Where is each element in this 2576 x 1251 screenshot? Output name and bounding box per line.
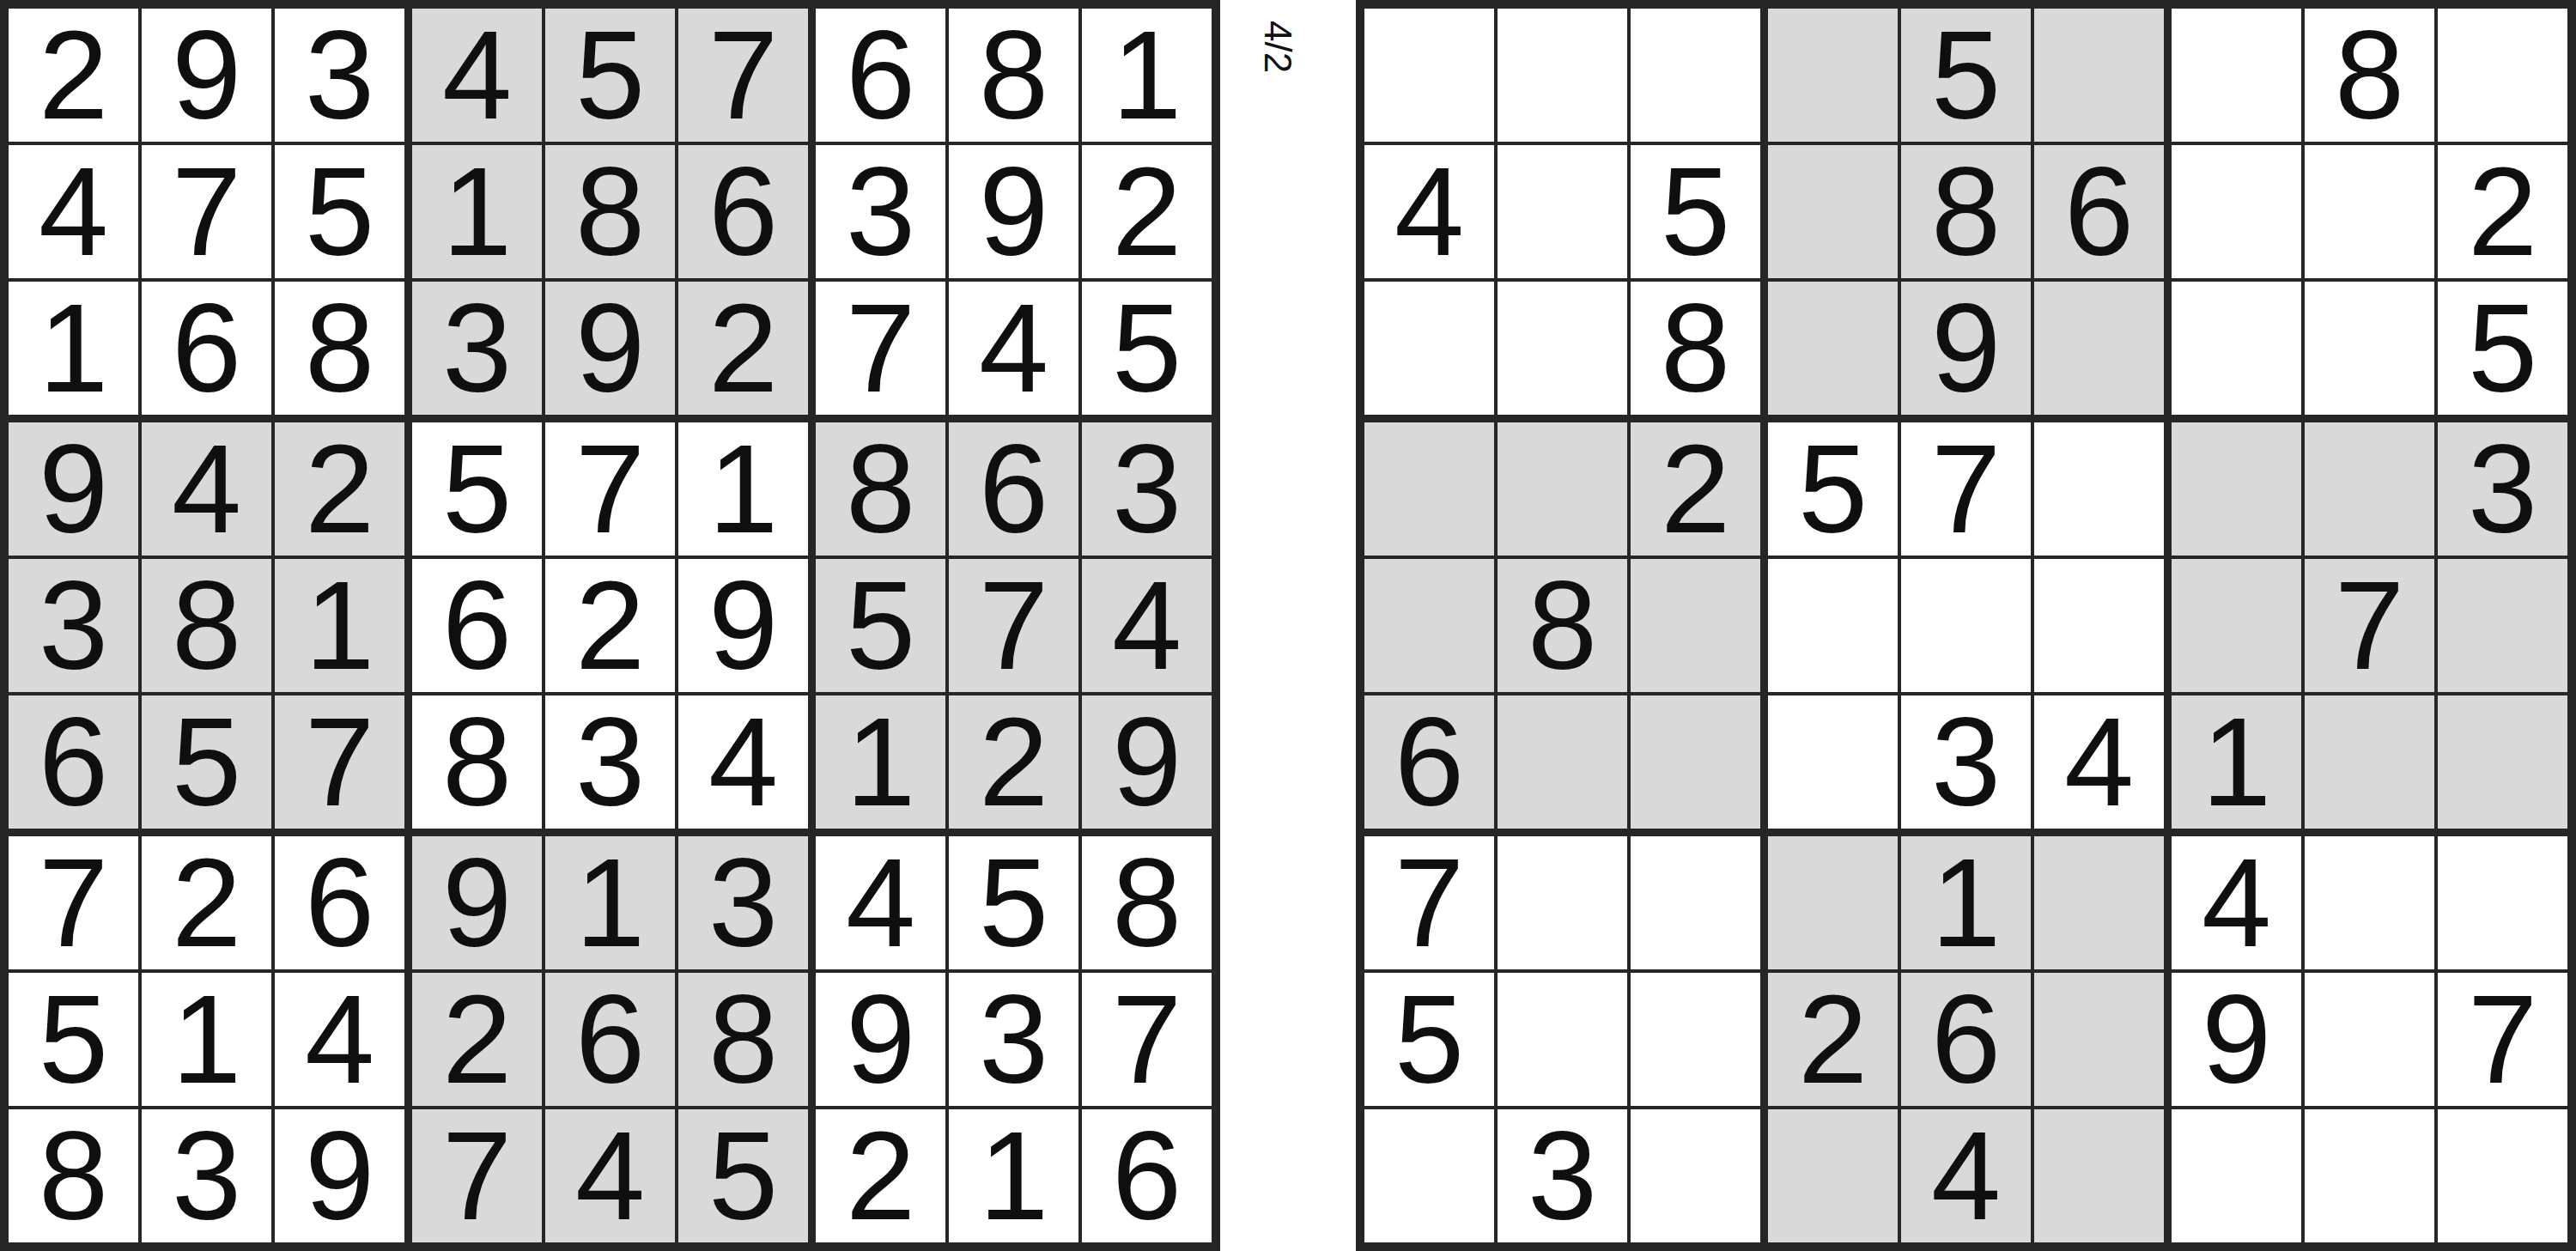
solution-grid-cell-r3c2: 6: [142, 282, 271, 415]
solution-grid-cell-r7c4: 9: [412, 836, 542, 969]
puzzle-grid-cell-r7c3: [1631, 836, 1760, 969]
puzzle-grid-cell-r4c5: 7: [1901, 422, 2031, 556]
puzzle-grid-cell-r3c2: [1498, 282, 1627, 415]
puzzle-grid-cell-r8c4: 2: [1768, 973, 1898, 1106]
puzzle-grid-cell-r2c1: 4: [1364, 145, 1494, 278]
solution-grid-cell-r9c3: 9: [275, 1109, 404, 1242]
puzzle-grid-cell-r8c5: 6: [1901, 973, 2031, 1106]
puzzle-grid-cell-r4c1: [1364, 422, 1494, 556]
solution-grid-cell-r4c3: 2: [275, 422, 404, 556]
solution-grid-box-r1c1: 293475168: [9, 9, 404, 415]
solution-grid-cell-r5c2: 8: [142, 559, 271, 692]
puzzle-grid-cell-r4c9: 3: [2438, 422, 2567, 556]
puzzle-grid-cell-r3c1: [1364, 282, 1494, 415]
solution-grid-cell-r2c9: 2: [1082, 145, 1212, 278]
solution-grid-cell-r8c1: 5: [9, 973, 138, 1106]
puzzle-grid-cell-r1c7: [2172, 9, 2301, 142]
puzzle-grid-cell-r8c7: 9: [2172, 973, 2301, 1106]
solution-grid-cell-r8c5: 6: [545, 973, 675, 1106]
solution-grid-cell-r1c3: 3: [275, 9, 404, 142]
solution-grid-box-r3c2: 913268745: [412, 836, 808, 1242]
solution-grid-cell-r7c1: 7: [9, 836, 138, 969]
puzzle-grid-cell-r9c4: [1768, 1109, 1898, 1242]
puzzle-grid-box-r3c3: 497: [2172, 836, 2567, 1242]
solution-grid-cell-r8c6: 8: [678, 973, 808, 1106]
puzzle-grid-cell-r8c2: [1498, 973, 1627, 1106]
puzzle-grid-cell-r5c3: [1631, 559, 1760, 692]
puzzle-grid-cell-r6c9: [2438, 695, 2567, 829]
solution-grid-cell-r2c5: 8: [545, 145, 675, 278]
solution-grid-cell-r6c7: 1: [816, 695, 945, 829]
solution-grid-box-r3c3: 458937216: [816, 836, 1212, 1242]
puzzle-grid-cell-r8c1: 5: [1364, 973, 1494, 1106]
solution-grid-cell-r4c6: 1: [678, 422, 808, 556]
puzzle-grid-cell-r5c5: [1901, 559, 2031, 692]
solution-grid-cell-r3c7: 7: [816, 282, 945, 415]
solution-grid-cell-r6c1: 6: [9, 695, 138, 829]
solution-grid-cell-r4c8: 6: [949, 422, 1078, 556]
puzzle-grid-cell-r9c2: 3: [1498, 1109, 1627, 1242]
solution-grid-cell-r4c9: 3: [1082, 422, 1212, 556]
puzzle-grid-cell-r9c8: [2305, 1109, 2434, 1242]
solution-grid-cell-r5c9: 4: [1082, 559, 1212, 692]
puzzle-grid-cell-r5c4: [1768, 559, 1898, 692]
solution-grid-cell-r6c6: 4: [678, 695, 808, 829]
solution-grid-cell-r5c1: 3: [9, 559, 138, 692]
solution-grid-cell-r4c4: 5: [412, 422, 542, 556]
puzzle-grid-cell-r2c3: 5: [1631, 145, 1760, 278]
puzzle-grid-cell-r4c8: [2305, 422, 2434, 556]
solution-grid-cell-r6c3: 7: [275, 695, 404, 829]
solution-grid-cell-r9c6: 5: [678, 1109, 808, 1242]
puzzle-grid-cell-r2c6: 6: [2034, 145, 2164, 278]
puzzle-grid-cell-r7c4: [1768, 836, 1898, 969]
puzzle-grid-box-r2c1: 286: [1364, 422, 1760, 829]
solution-grid-cell-r9c5: 4: [545, 1109, 675, 1242]
puzzle-grid-cell-r5c9: [2438, 559, 2567, 692]
puzzle-grid-cell-r7c9: [2438, 836, 2567, 969]
puzzle-grid-cell-r7c2: [1498, 836, 1627, 969]
puzzle-grid-cell-r3c3: 8: [1631, 282, 1760, 415]
solution-grid-box-r2c3: 863574129: [816, 422, 1212, 829]
puzzle-grid-cell-r4c3: 2: [1631, 422, 1760, 556]
puzzle-grid-cell-r1c4: [1768, 9, 1898, 142]
puzzle-grid-cell-r8c3: [1631, 973, 1760, 1106]
solution-grid-cell-r9c9: 6: [1082, 1109, 1212, 1242]
puzzle-grid-cell-r5c6: [2034, 559, 2164, 692]
sudoku-page: 2934751684571863926813927459423816575716…: [0, 0, 2576, 1251]
solution-grid-cell-r7c2: 2: [142, 836, 271, 969]
solution-grid-cell-r8c2: 1: [142, 973, 271, 1106]
solution-grid-cell-r9c1: 8: [9, 1109, 138, 1242]
puzzle-grid-cell-r7c8: [2305, 836, 2434, 969]
solution-grid-box-r1c3: 681392745: [816, 9, 1212, 415]
solution-grid-cell-r1c2: 9: [142, 9, 271, 142]
puzzle-grid-cell-r5c2: 8: [1498, 559, 1627, 692]
puzzle-grid-cell-r1c2: [1498, 9, 1627, 142]
solution-grid-cell-r1c8: 8: [949, 9, 1078, 142]
puzzle-grid: 458586982528657343717531264497: [1356, 0, 2576, 1251]
puzzle-grid-box-r1c3: 825: [2172, 9, 2567, 415]
solution-grid-cell-r3c5: 9: [545, 282, 675, 415]
puzzle-grid-cell-r7c1: 7: [1364, 836, 1494, 969]
puzzle-grid-cell-r5c7: [2172, 559, 2301, 692]
solution-grid-cell-r2c1: 4: [9, 145, 138, 278]
solution-grid-box-r3c1: 726514839: [9, 836, 404, 1242]
puzzle-grid-cell-r1c6: [2034, 9, 2164, 142]
puzzle-grid-cell-r6c5: 3: [1901, 695, 2031, 829]
puzzle-grid-cell-r7c7: 4: [2172, 836, 2301, 969]
solution-grid-cell-r9c4: 7: [412, 1109, 542, 1242]
puzzle-grid-cell-r6c8: [2305, 695, 2434, 829]
puzzle-grid-box-r1c1: 458: [1364, 9, 1760, 415]
puzzle-grid-cell-r1c9: [2438, 9, 2567, 142]
puzzle-grid-cell-r2c5: 8: [1901, 145, 2031, 278]
solution-grid-cell-r2c2: 7: [142, 145, 271, 278]
solution-grid-cell-r1c5: 5: [545, 9, 675, 142]
puzzle-grid-cell-r7c5: 1: [1901, 836, 2031, 969]
puzzle-grid-box-r3c2: 1264: [1768, 836, 2164, 1242]
puzzle-grid-cell-r6c1: 6: [1364, 695, 1494, 829]
puzzle-grid-cell-r9c9: [2438, 1109, 2567, 1242]
puzzle-grid-cell-r9c5: 4: [1901, 1109, 2031, 1242]
puzzle-grid-cell-r4c7: [2172, 422, 2301, 556]
solution-grid-cell-r1c1: 2: [9, 9, 138, 142]
puzzle-grid-box-r3c1: 753: [1364, 836, 1760, 1242]
solution-grid-cell-r3c1: 1: [9, 282, 138, 415]
solution-grid-cell-r9c7: 2: [816, 1109, 945, 1242]
puzzle-grid-cell-r9c7: [2172, 1109, 2301, 1242]
page-label: 4/2: [1259, 21, 1297, 73]
puzzle-grid-cell-r3c6: [2034, 282, 2164, 415]
puzzle-grid-cell-r6c6: 4: [2034, 695, 2164, 829]
puzzle-grid-cell-r2c7: [2172, 145, 2301, 278]
puzzle-grid-cell-r6c2: [1498, 695, 1627, 829]
solution-grid-cell-r2c6: 6: [678, 145, 808, 278]
puzzle-grid-cell-r6c7: 1: [2172, 695, 2301, 829]
puzzle-grid-cell-r1c5: 5: [1901, 9, 2031, 142]
solution-grid-cell-r4c7: 8: [816, 422, 945, 556]
solution-grid-cell-r1c7: 6: [816, 9, 945, 142]
puzzle-grid-cell-r1c8: 8: [2305, 9, 2434, 142]
solution-grid-cell-r7c3: 6: [275, 836, 404, 969]
puzzle-grid-cell-r4c2: [1498, 422, 1627, 556]
solution-grid-box-r2c2: 571629834: [412, 422, 808, 829]
solution-grid: 2934751684571863926813927459423816575716…: [0, 0, 1220, 1251]
puzzle-grid-cell-r3c4: [1768, 282, 1898, 415]
puzzle-grid-cell-r7c6: [2034, 836, 2164, 969]
solution-grid-box-r1c2: 457186392: [412, 9, 808, 415]
solution-grid-cell-r8c8: 3: [949, 973, 1078, 1106]
puzzle-grid-box-r1c2: 5869: [1768, 9, 2164, 415]
solution-grid-cell-r1c6: 7: [678, 9, 808, 142]
solution-grid-cell-r8c4: 2: [412, 973, 542, 1106]
solution-grid-cell-r6c9: 9: [1082, 695, 1212, 829]
puzzle-grid-cell-r9c6: [2034, 1109, 2164, 1242]
puzzle-grid-cell-r6c4: [1768, 695, 1898, 829]
puzzle-grid-cell-r4c6: [2034, 422, 2164, 556]
solution-grid-cell-r6c4: 8: [412, 695, 542, 829]
solution-grid-cell-r7c9: 8: [1082, 836, 1212, 969]
puzzle-grid-box-r2c3: 371: [2172, 422, 2567, 829]
puzzle-grid-cell-r3c5: 9: [1901, 282, 2031, 415]
solution-grid-cell-r4c1: 9: [9, 422, 138, 556]
solution-grid-cell-r8c3: 4: [275, 973, 404, 1106]
puzzle-grid-cell-r9c1: [1364, 1109, 1494, 1242]
solution-grid-cell-r8c9: 7: [1082, 973, 1212, 1106]
solution-grid-cell-r3c4: 3: [412, 282, 542, 415]
solution-grid-cell-r7c7: 4: [816, 836, 945, 969]
puzzle-grid-cell-r5c1: [1364, 559, 1494, 692]
solution-grid-cell-r2c4: 1: [412, 145, 542, 278]
puzzle-grid-cell-r6c3: [1631, 695, 1760, 829]
puzzle-grid-cell-r1c1: [1364, 9, 1494, 142]
solution-grid-cell-r4c2: 4: [142, 422, 271, 556]
puzzle-grid-cell-r8c9: 7: [2438, 973, 2567, 1106]
solution-grid-cell-r1c4: 4: [412, 9, 542, 142]
puzzle-grid-cell-r3c8: [2305, 282, 2434, 415]
solution-grid-cell-r5c3: 1: [275, 559, 404, 692]
solution-grid-cell-r7c8: 5: [949, 836, 1078, 969]
solution-grid-cell-r5c6: 9: [678, 559, 808, 692]
solution-grid-cell-r2c8: 9: [949, 145, 1078, 278]
puzzle-grid-cell-r2c2: [1498, 145, 1627, 278]
puzzle-grid-cell-r3c7: [2172, 282, 2301, 415]
solution-grid-cell-r3c3: 8: [275, 282, 404, 415]
solution-grid-cell-r9c2: 3: [142, 1109, 271, 1242]
puzzle-grid-cell-r9c3: [1631, 1109, 1760, 1242]
solution-grid-cell-r6c8: 2: [949, 695, 1078, 829]
puzzle-grid-cell-r1c3: [1631, 9, 1760, 142]
solution-grid-cell-r3c8: 4: [949, 282, 1078, 415]
solution-grid-cell-r3c6: 2: [678, 282, 808, 415]
puzzle-grid-cell-r3c9: 5: [2438, 282, 2567, 415]
solution-grid-cell-r4c5: 7: [545, 422, 675, 556]
solution-grid-cell-r9c8: 1: [949, 1109, 1078, 1242]
puzzle-grid-cell-r4c4: 5: [1768, 422, 1898, 556]
puzzle-grid-box-r2c2: 5734: [1768, 422, 2164, 829]
puzzle-grid-cell-r5c8: 7: [2305, 559, 2434, 692]
solution-grid-cell-r5c4: 6: [412, 559, 542, 692]
solution-grid-cell-r2c3: 5: [275, 145, 404, 278]
solution-grid-cell-r5c5: 2: [545, 559, 675, 692]
solution-grid-cell-r5c8: 7: [949, 559, 1078, 692]
solution-grid-box-r2c1: 942381657: [9, 422, 404, 829]
solution-grid-cell-r7c5: 1: [545, 836, 675, 969]
solution-grid-cell-r1c9: 1: [1082, 9, 1212, 142]
puzzle-grid-cell-r2c8: [2305, 145, 2434, 278]
puzzle-grid-cell-r8c8: [2305, 973, 2434, 1106]
solution-grid-cell-r8c7: 9: [816, 973, 945, 1106]
solution-grid-cell-r6c5: 3: [545, 695, 675, 829]
solution-grid-cell-r2c7: 3: [816, 145, 945, 278]
puzzle-grid-cell-r2c9: 2: [2438, 145, 2567, 278]
puzzle-grid-cell-r2c4: [1768, 145, 1898, 278]
solution-grid-cell-r3c9: 5: [1082, 282, 1212, 415]
solution-grid-cell-r5c7: 5: [816, 559, 945, 692]
solution-grid-cell-r6c2: 5: [142, 695, 271, 829]
puzzle-grid-cell-r8c6: [2034, 973, 2164, 1106]
solution-grid-cell-r7c6: 3: [678, 836, 808, 969]
